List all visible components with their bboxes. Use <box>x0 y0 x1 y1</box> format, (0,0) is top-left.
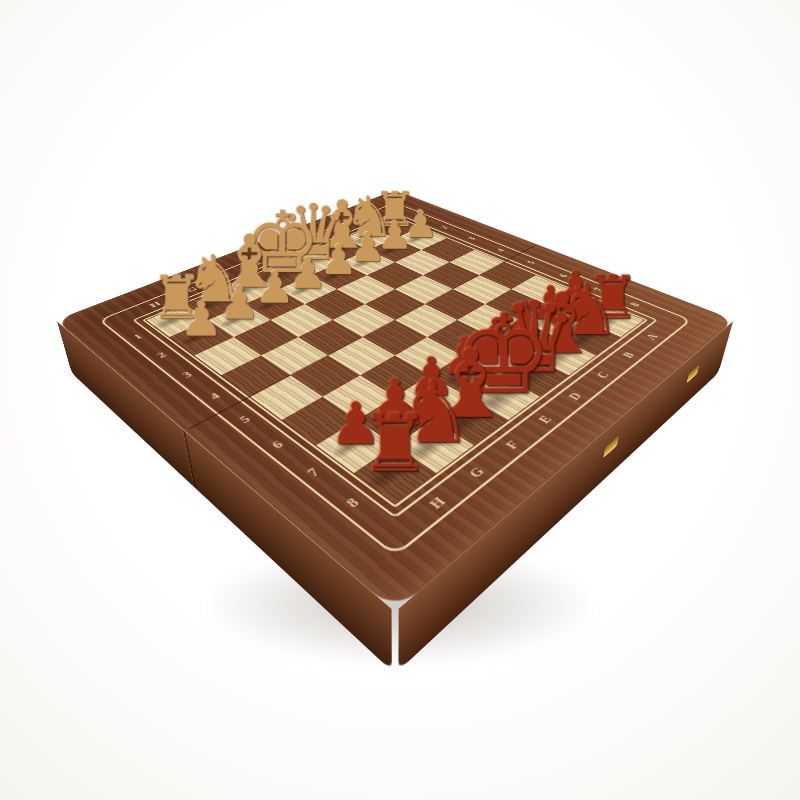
black-rook-icon: ♜ <box>351 403 439 483</box>
white-pawn-icon: ♟ <box>175 295 227 343</box>
brass-clasp-icon <box>687 364 700 384</box>
fold-seam-side <box>183 430 196 489</box>
brass-clasp-icon <box>603 435 619 458</box>
product-photo-scene: ABCDEFGH ABCDEFGH 87654321 87654321 ♜♞♝♛… <box>0 0 800 800</box>
